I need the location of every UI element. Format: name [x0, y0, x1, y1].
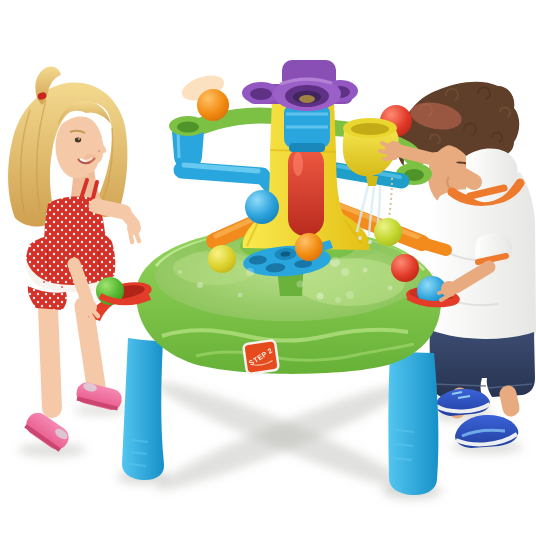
red-chute-highlight	[293, 152, 303, 176]
blue-cylinder	[284, 104, 330, 152]
product-photo: STEP 2	[0, 0, 536, 536]
ball-yellow-in-water	[208, 245, 236, 273]
table-leg-right	[388, 350, 438, 495]
brand-badge: STEP 2	[243, 340, 279, 374]
scene-illustration: STEP 2	[0, 0, 536, 536]
ball-lime-right-ramp	[374, 218, 402, 246]
ball-blue-on-ramp	[245, 190, 279, 224]
ball-orange-on-spinner	[295, 233, 323, 261]
ball-red-right-rim	[391, 254, 419, 282]
table-leg-left	[122, 338, 164, 480]
girl-eye	[75, 138, 81, 143]
